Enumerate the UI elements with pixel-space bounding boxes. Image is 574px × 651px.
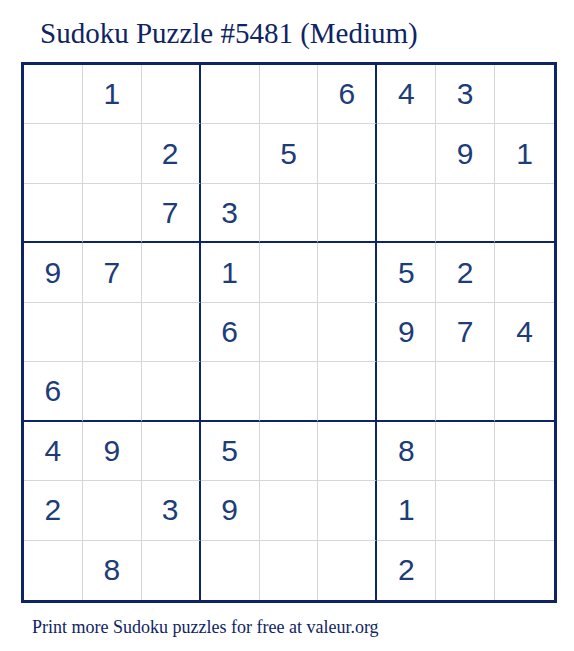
sudoku-cell-r5c7[interactable]: 9 <box>377 303 436 362</box>
sudoku-cell-r2c9[interactable]: 1 <box>495 124 554 183</box>
sudoku-cell-r1c3[interactable] <box>142 65 201 124</box>
sudoku-cell-r3c9[interactable] <box>495 184 554 243</box>
sudoku-cell-r8c1[interactable]: 2 <box>24 481 83 540</box>
sudoku-cell-r5c8[interactable]: 7 <box>436 303 495 362</box>
sudoku-cell-r9c4[interactable] <box>201 541 260 600</box>
sudoku-cell-r5c2[interactable] <box>83 303 142 362</box>
sudoku-cell-r7c7[interactable]: 8 <box>377 422 436 481</box>
sudoku-cell-r6c8[interactable] <box>436 362 495 421</box>
sudoku-cell-r2c5[interactable]: 5 <box>260 124 319 183</box>
sudoku-cell-r4c6[interactable] <box>318 243 377 302</box>
sudoku-cell-r9c7[interactable]: 2 <box>377 541 436 600</box>
sudoku-cell-r7c2[interactable]: 9 <box>83 422 142 481</box>
sudoku-cell-r1c5[interactable] <box>260 65 319 124</box>
sudoku-cell-r3c2[interactable] <box>83 184 142 243</box>
sudoku-cell-r8c5[interactable] <box>260 481 319 540</box>
sudoku-cell-r9c8[interactable] <box>436 541 495 600</box>
sudoku-cell-r8c3[interactable]: 3 <box>142 481 201 540</box>
sudoku-cell-r7c9[interactable] <box>495 422 554 481</box>
sudoku-cell-r4c9[interactable] <box>495 243 554 302</box>
sudoku-cell-r9c3[interactable] <box>142 541 201 600</box>
sudoku-cell-r4c5[interactable] <box>260 243 319 302</box>
sudoku-cell-r5c9[interactable]: 4 <box>495 303 554 362</box>
sudoku-cell-r2c6[interactable] <box>318 124 377 183</box>
sudoku-cell-r6c9[interactable] <box>495 362 554 421</box>
sudoku-cell-r6c6[interactable] <box>318 362 377 421</box>
footer-text: Print more Sudoku puzzles for free at va… <box>32 617 379 638</box>
sudoku-cell-r3c4[interactable]: 3 <box>201 184 260 243</box>
sudoku-cell-r4c8[interactable]: 2 <box>436 243 495 302</box>
sudoku-cell-r3c1[interactable] <box>24 184 83 243</box>
sudoku-cell-r5c5[interactable] <box>260 303 319 362</box>
sudoku-cell-r7c8[interactable] <box>436 422 495 481</box>
sudoku-cell-r4c1[interactable]: 9 <box>24 243 83 302</box>
sudoku-cell-r1c1[interactable] <box>24 65 83 124</box>
sudoku-cell-r4c7[interactable]: 5 <box>377 243 436 302</box>
sudoku-cell-r5c6[interactable] <box>318 303 377 362</box>
sudoku-cell-r7c5[interactable] <box>260 422 319 481</box>
sudoku-cell-r6c4[interactable] <box>201 362 260 421</box>
sudoku-cell-r7c6[interactable] <box>318 422 377 481</box>
sudoku-cell-r1c7[interactable]: 4 <box>377 65 436 124</box>
sudoku-cell-r7c1[interactable]: 4 <box>24 422 83 481</box>
sudoku-cell-r9c2[interactable]: 8 <box>83 541 142 600</box>
sudoku-cell-r2c8[interactable]: 9 <box>436 124 495 183</box>
sudoku-cell-r8c6[interactable] <box>318 481 377 540</box>
sudoku-cell-r6c7[interactable] <box>377 362 436 421</box>
sudoku-cell-r8c9[interactable] <box>495 481 554 540</box>
page-title: Sudoku Puzzle #5481 (Medium) <box>40 17 418 50</box>
sudoku-cell-r2c3[interactable]: 2 <box>142 124 201 183</box>
sudoku-cell-r1c6[interactable]: 6 <box>318 65 377 124</box>
sudoku-cell-r4c4[interactable]: 1 <box>201 243 260 302</box>
sudoku-cell-r8c4[interactable]: 9 <box>201 481 260 540</box>
sudoku-cell-r5c4[interactable]: 6 <box>201 303 260 362</box>
sudoku-cell-r7c3[interactable] <box>142 422 201 481</box>
sudoku-cell-r1c9[interactable] <box>495 65 554 124</box>
sudoku-cell-r4c2[interactable]: 7 <box>83 243 142 302</box>
sudoku-cell-r9c1[interactable] <box>24 541 83 600</box>
sudoku-cell-r9c9[interactable] <box>495 541 554 600</box>
sudoku-cell-r1c2[interactable]: 1 <box>83 65 142 124</box>
sudoku-cell-r6c3[interactable] <box>142 362 201 421</box>
sudoku-grid: 164325917397152697464958239182 <box>21 62 557 603</box>
sudoku-cell-r6c5[interactable] <box>260 362 319 421</box>
sudoku-cell-r9c6[interactable] <box>318 541 377 600</box>
sudoku-cell-r1c8[interactable]: 3 <box>436 65 495 124</box>
sudoku-cell-r2c4[interactable] <box>201 124 260 183</box>
sudoku-cell-r3c6[interactable] <box>318 184 377 243</box>
sudoku-cell-r4c3[interactable] <box>142 243 201 302</box>
sudoku-cell-r2c1[interactable] <box>24 124 83 183</box>
sudoku-cell-r5c3[interactable] <box>142 303 201 362</box>
sudoku-cell-r3c7[interactable] <box>377 184 436 243</box>
sudoku-cell-r3c3[interactable]: 7 <box>142 184 201 243</box>
sudoku-cell-r2c7[interactable] <box>377 124 436 183</box>
sudoku-cell-r1c4[interactable] <box>201 65 260 124</box>
sudoku-cell-r8c8[interactable] <box>436 481 495 540</box>
sudoku-cell-r2c2[interactable] <box>83 124 142 183</box>
sudoku-cell-r7c4[interactable]: 5 <box>201 422 260 481</box>
sudoku-cell-r5c1[interactable] <box>24 303 83 362</box>
sudoku-cell-r3c8[interactable] <box>436 184 495 243</box>
sudoku-cell-r3c5[interactable] <box>260 184 319 243</box>
sudoku-cell-r9c5[interactable] <box>260 541 319 600</box>
sudoku-cell-r6c1[interactable]: 6 <box>24 362 83 421</box>
sudoku-cell-r8c7[interactable]: 1 <box>377 481 436 540</box>
sudoku-cell-r8c2[interactable] <box>83 481 142 540</box>
sudoku-page: Sudoku Puzzle #5481 (Medium) 16432591739… <box>0 0 574 651</box>
sudoku-cell-r6c2[interactable] <box>83 362 142 421</box>
